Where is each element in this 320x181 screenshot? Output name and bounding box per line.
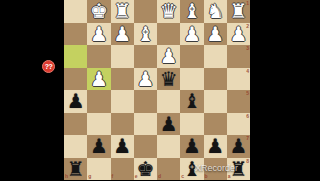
square-b2[interactable]: ♟: [204, 23, 227, 46]
square-g2[interactable]: ♟: [87, 23, 110, 46]
square-g4[interactable]: ♟: [87, 68, 110, 91]
square-e4[interactable]: ♟: [134, 68, 157, 91]
square-d3[interactable]: ♟: [157, 45, 180, 68]
xrecorder-watermark: XRecorder: [195, 163, 238, 173]
square-e2[interactable]: ♝: [134, 23, 157, 46]
square-e6[interactable]: [134, 113, 157, 136]
white-pawn[interactable]: ♟: [180, 23, 203, 46]
square-c1[interactable]: ♝: [180, 0, 203, 23]
rank-label-5: 5: [246, 91, 249, 96]
square-d7[interactable]: [157, 135, 180, 158]
square-c7[interactable]: ♟: [180, 135, 203, 158]
black-bishop[interactable]: ♝: [180, 90, 203, 113]
square-a6[interactable]: 6: [227, 113, 250, 136]
square-e5[interactable]: [134, 90, 157, 113]
white-rook[interactable]: ♜: [111, 0, 134, 23]
rank-label-8: 8: [246, 159, 249, 164]
square-b4[interactable]: [204, 68, 227, 91]
rank-label-2: 2: [246, 24, 249, 29]
square-b7[interactable]: ♟: [204, 135, 227, 158]
square-h5[interactable]: ♟: [64, 90, 87, 113]
square-h2[interactable]: [64, 23, 87, 46]
square-c6[interactable]: [180, 113, 203, 136]
square-e7[interactable]: [134, 135, 157, 158]
square-g1[interactable]: ♚: [87, 0, 110, 23]
square-b1[interactable]: ♞: [204, 0, 227, 23]
square-f3[interactable]: [111, 45, 134, 68]
black-pawn[interactable]: ♟: [87, 135, 110, 158]
white-bishop[interactable]: ♝: [134, 23, 157, 46]
square-a1[interactable]: ♜1: [227, 0, 250, 23]
white-pawn[interactable]: ♟: [87, 68, 110, 91]
file-label-d: d: [158, 174, 161, 179]
square-e3[interactable]: [134, 45, 157, 68]
square-f5[interactable]: [111, 90, 134, 113]
square-d6[interactable]: ♟: [157, 113, 180, 136]
square-a3[interactable]: 3: [227, 45, 250, 68]
square-a2[interactable]: ♟2: [227, 23, 250, 46]
white-knight[interactable]: ♞: [204, 0, 227, 23]
square-f1[interactable]: ♜: [111, 0, 134, 23]
square-d4[interactable]: ♛: [157, 68, 180, 91]
square-f2[interactable]: ♟: [111, 23, 134, 46]
square-c2[interactable]: ♟: [180, 23, 203, 46]
black-pawn[interactable]: ♟: [180, 135, 203, 158]
square-a4[interactable]: 4: [227, 68, 250, 91]
file-label-h: h: [65, 174, 68, 179]
black-queen[interactable]: ♛: [157, 68, 180, 91]
black-pawn[interactable]: ♟: [111, 135, 134, 158]
square-f8[interactable]: f: [111, 158, 134, 181]
square-e8[interactable]: ♚e: [134, 158, 157, 181]
white-pawn[interactable]: ♟: [134, 68, 157, 91]
file-label-b: b: [205, 174, 208, 179]
white-king[interactable]: ♚: [87, 0, 110, 23]
square-h1[interactable]: [64, 0, 87, 23]
black-pawn[interactable]: ♟: [64, 90, 87, 113]
rank-label-3: 3: [246, 46, 249, 51]
file-label-c: c: [181, 174, 184, 179]
white-pawn[interactable]: ♟: [157, 45, 180, 68]
rank-label-6: 6: [246, 114, 249, 119]
square-e1[interactable]: [134, 0, 157, 23]
file-label-f: f: [112, 174, 114, 179]
file-label-e: e: [135, 174, 138, 179]
square-h7[interactable]: [64, 135, 87, 158]
square-b5[interactable]: [204, 90, 227, 113]
left-black-bar: [0, 0, 64, 180]
square-a5[interactable]: 5: [227, 90, 250, 113]
square-d1[interactable]: ♛: [157, 0, 180, 23]
square-g3[interactable]: [87, 45, 110, 68]
file-label-a: a: [228, 174, 231, 179]
right-black-bar: [250, 0, 320, 180]
rank-label-1: 1: [246, 1, 249, 6]
rank-label-7: 7: [246, 136, 249, 141]
square-c3[interactable]: [180, 45, 203, 68]
square-h3[interactable]: [64, 45, 87, 68]
square-h8[interactable]: ♜h: [64, 158, 87, 181]
white-pawn[interactable]: ♟: [87, 23, 110, 46]
square-d5[interactable]: [157, 90, 180, 113]
square-a7[interactable]: ♟7: [227, 135, 250, 158]
square-f7[interactable]: ♟: [111, 135, 134, 158]
square-f4[interactable]: [111, 68, 134, 91]
square-b3[interactable]: [204, 45, 227, 68]
square-h4[interactable]: [64, 68, 87, 91]
white-pawn[interactable]: ♟: [111, 23, 134, 46]
video-frame: ♚♜♛♝♞♜1♟♟♝♟♟♟2♟3♟♟♛4♟♝5♟6♟♟♟♟♟7♜hgf♚ed♝c…: [0, 0, 320, 180]
black-pawn[interactable]: ♟: [157, 113, 180, 136]
square-d2[interactable]: [157, 23, 180, 46]
black-pawn[interactable]: ♟: [204, 135, 227, 158]
white-bishop[interactable]: ♝: [180, 0, 203, 23]
square-c5[interactable]: ♝: [180, 90, 203, 113]
chess-board: ♚♜♛♝♞♜1♟♟♝♟♟♟2♟3♟♟♛4♟♝5♟6♟♟♟♟♟7♜hgf♚ed♝c…: [64, 0, 250, 180]
white-queen[interactable]: ♛: [157, 0, 180, 23]
square-c4[interactable]: [180, 68, 203, 91]
square-b6[interactable]: [204, 113, 227, 136]
white-pawn[interactable]: ♟: [204, 23, 227, 46]
square-g8[interactable]: g: [87, 158, 110, 181]
square-h6[interactable]: [64, 113, 87, 136]
blunder-badge: ??: [42, 60, 55, 73]
square-g7[interactable]: ♟: [87, 135, 110, 158]
square-f6[interactable]: [111, 113, 134, 136]
square-g5[interactable]: [87, 90, 110, 113]
blunder-badge-label: ??: [45, 63, 53, 70]
square-g6[interactable]: [87, 113, 110, 136]
file-label-g: g: [88, 174, 91, 179]
rank-label-4: 4: [246, 69, 249, 74]
square-d8[interactable]: d: [157, 158, 180, 181]
